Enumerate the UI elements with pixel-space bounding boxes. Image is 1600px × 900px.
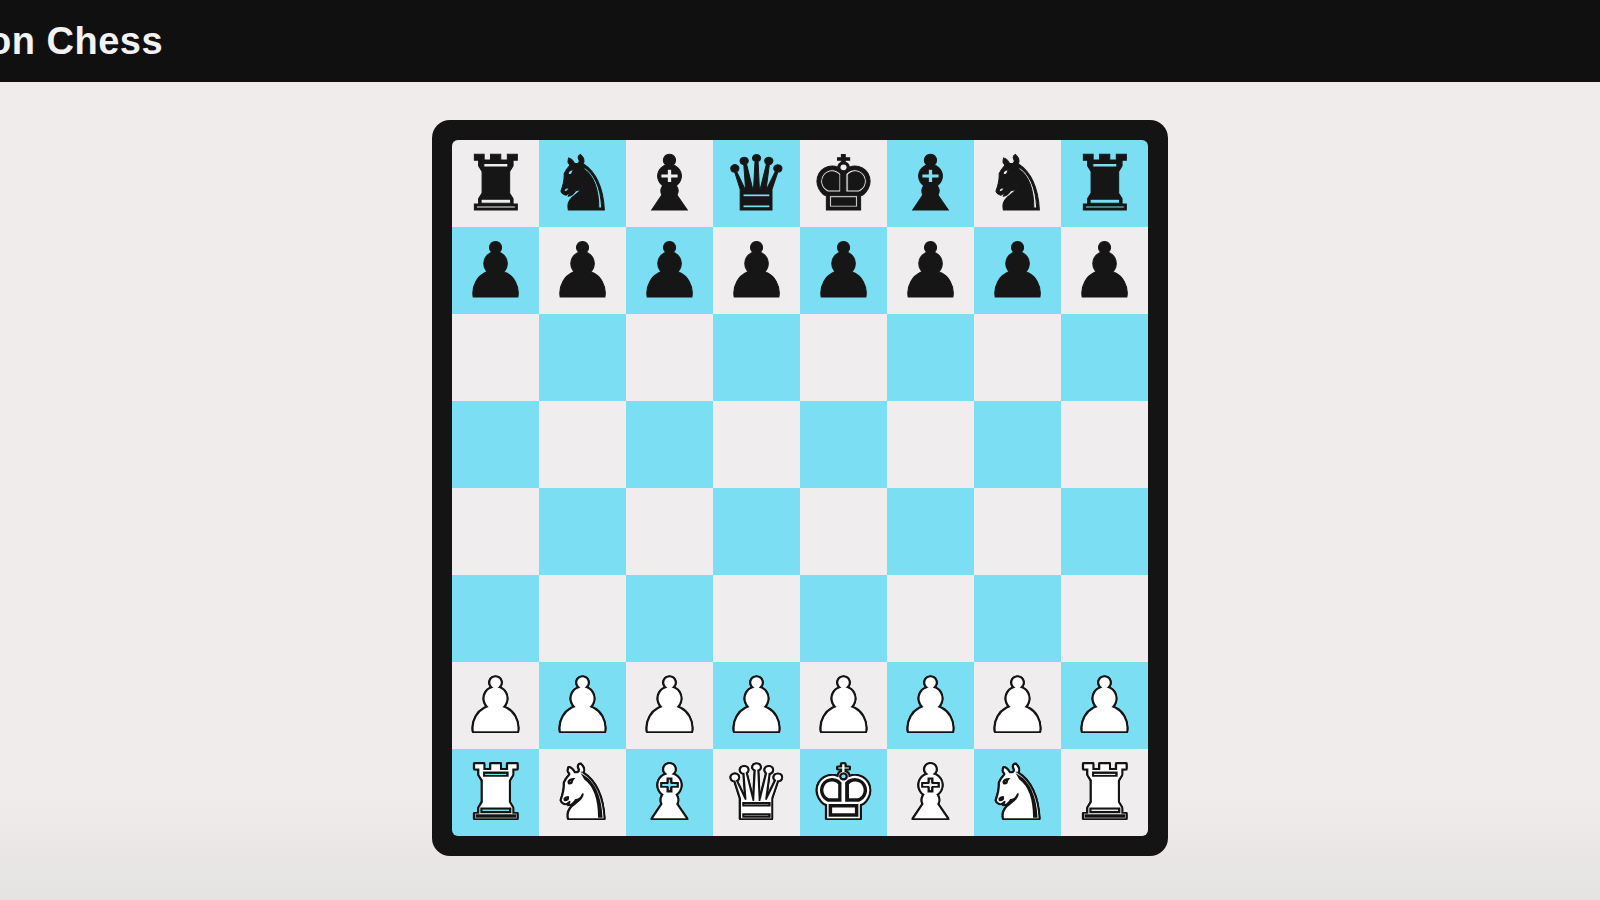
square-c3[interactable] <box>626 575 713 662</box>
square-b2[interactable]: ♟ <box>539 662 626 749</box>
square-d1[interactable]: ♛ <box>713 749 800 836</box>
square-f7[interactable]: ♟ <box>887 227 974 314</box>
square-b5[interactable] <box>539 401 626 488</box>
square-h5[interactable] <box>1061 401 1148 488</box>
square-h6[interactable] <box>1061 314 1148 401</box>
piece-white-rook[interactable]: ♜ <box>1070 749 1138 836</box>
square-b1[interactable]: ♞ <box>539 749 626 836</box>
square-h4[interactable] <box>1061 488 1148 575</box>
piece-white-pawn[interactable]: ♟ <box>548 662 616 749</box>
square-a7[interactable]: ♟ <box>452 227 539 314</box>
piece-black-king[interactable]: ♚ <box>809 140 877 227</box>
square-g7[interactable]: ♟ <box>974 227 1061 314</box>
square-e2[interactable]: ♟ <box>800 662 887 749</box>
chess-board-frame: ♜♞♝♛♚♝♞♜♟♟♟♟♟♟♟♟♟♟♟♟♟♟♟♟♜♞♝♛♚♝♞♜ <box>432 120 1168 856</box>
square-g8[interactable]: ♞ <box>974 140 1061 227</box>
piece-white-pawn[interactable]: ♟ <box>461 662 529 749</box>
piece-white-pawn[interactable]: ♟ <box>1070 662 1138 749</box>
piece-white-rook[interactable]: ♜ <box>461 749 529 836</box>
square-f4[interactable] <box>887 488 974 575</box>
piece-white-pawn[interactable]: ♟ <box>809 662 877 749</box>
square-d6[interactable] <box>713 314 800 401</box>
square-c6[interactable] <box>626 314 713 401</box>
piece-white-pawn[interactable]: ♟ <box>896 662 964 749</box>
square-g1[interactable]: ♞ <box>974 749 1061 836</box>
square-b3[interactable] <box>539 575 626 662</box>
piece-white-bishop[interactable]: ♝ <box>635 749 703 836</box>
piece-black-pawn[interactable]: ♟ <box>983 227 1051 314</box>
square-f2[interactable]: ♟ <box>887 662 974 749</box>
square-e5[interactable] <box>800 401 887 488</box>
square-c1[interactable]: ♝ <box>626 749 713 836</box>
piece-black-pawn[interactable]: ♟ <box>461 227 529 314</box>
piece-black-pawn[interactable]: ♟ <box>722 227 790 314</box>
piece-white-queen[interactable]: ♛ <box>722 749 790 836</box>
square-d5[interactable] <box>713 401 800 488</box>
square-f5[interactable] <box>887 401 974 488</box>
square-g4[interactable] <box>974 488 1061 575</box>
piece-black-rook[interactable]: ♜ <box>1070 140 1138 227</box>
square-a3[interactable] <box>452 575 539 662</box>
square-a8[interactable]: ♜ <box>452 140 539 227</box>
square-e3[interactable] <box>800 575 887 662</box>
app-title: on Chess <box>0 20 163 63</box>
chess-board: ♜♞♝♛♚♝♞♜♟♟♟♟♟♟♟♟♟♟♟♟♟♟♟♟♜♞♝♛♚♝♞♜ <box>452 140 1148 836</box>
square-f3[interactable] <box>887 575 974 662</box>
square-g3[interactable] <box>974 575 1061 662</box>
square-a1[interactable]: ♜ <box>452 749 539 836</box>
piece-black-bishop[interactable]: ♝ <box>896 140 964 227</box>
piece-white-knight[interactable]: ♞ <box>548 749 616 836</box>
square-h8[interactable]: ♜ <box>1061 140 1148 227</box>
square-c8[interactable]: ♝ <box>626 140 713 227</box>
square-h7[interactable]: ♟ <box>1061 227 1148 314</box>
square-e8[interactable]: ♚ <box>800 140 887 227</box>
square-f6[interactable] <box>887 314 974 401</box>
piece-white-pawn[interactable]: ♟ <box>983 662 1051 749</box>
piece-white-pawn[interactable]: ♟ <box>635 662 703 749</box>
square-a2[interactable]: ♟ <box>452 662 539 749</box>
piece-black-rook[interactable]: ♜ <box>461 140 529 227</box>
square-e7[interactable]: ♟ <box>800 227 887 314</box>
square-a6[interactable] <box>452 314 539 401</box>
square-a5[interactable] <box>452 401 539 488</box>
square-d2[interactable]: ♟ <box>713 662 800 749</box>
piece-white-knight[interactable]: ♞ <box>983 749 1051 836</box>
piece-black-knight[interactable]: ♞ <box>548 140 616 227</box>
piece-black-pawn[interactable]: ♟ <box>1070 227 1138 314</box>
square-d3[interactable] <box>713 575 800 662</box>
square-e1[interactable]: ♚ <box>800 749 887 836</box>
piece-white-bishop[interactable]: ♝ <box>896 749 964 836</box>
square-g5[interactable] <box>974 401 1061 488</box>
piece-black-pawn[interactable]: ♟ <box>809 227 877 314</box>
square-h2[interactable]: ♟ <box>1061 662 1148 749</box>
square-g2[interactable]: ♟ <box>974 662 1061 749</box>
square-b8[interactable]: ♞ <box>539 140 626 227</box>
square-h3[interactable] <box>1061 575 1148 662</box>
piece-white-king[interactable]: ♚ <box>809 749 877 836</box>
square-d7[interactable]: ♟ <box>713 227 800 314</box>
square-b6[interactable] <box>539 314 626 401</box>
square-d8[interactable]: ♛ <box>713 140 800 227</box>
square-h1[interactable]: ♜ <box>1061 749 1148 836</box>
square-c2[interactable]: ♟ <box>626 662 713 749</box>
square-c4[interactable] <box>626 488 713 575</box>
piece-black-pawn[interactable]: ♟ <box>896 227 964 314</box>
piece-black-queen[interactable]: ♛ <box>722 140 790 227</box>
piece-black-bishop[interactable]: ♝ <box>635 140 703 227</box>
piece-white-pawn[interactable]: ♟ <box>722 662 790 749</box>
square-a4[interactable] <box>452 488 539 575</box>
square-b4[interactable] <box>539 488 626 575</box>
square-e6[interactable] <box>800 314 887 401</box>
square-b7[interactable]: ♟ <box>539 227 626 314</box>
square-e4[interactable] <box>800 488 887 575</box>
square-f1[interactable]: ♝ <box>887 749 974 836</box>
square-c7[interactable]: ♟ <box>626 227 713 314</box>
square-c5[interactable] <box>626 401 713 488</box>
piece-black-pawn[interactable]: ♟ <box>548 227 616 314</box>
piece-black-knight[interactable]: ♞ <box>983 140 1051 227</box>
top-bar: on Chess <box>0 0 1600 82</box>
square-d4[interactable] <box>713 488 800 575</box>
square-g6[interactable] <box>974 314 1061 401</box>
piece-black-pawn[interactable]: ♟ <box>635 227 703 314</box>
square-f8[interactable]: ♝ <box>887 140 974 227</box>
